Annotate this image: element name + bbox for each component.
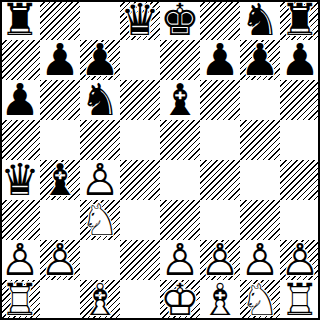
piece-outline-layer: ♙ — [40, 240, 80, 280]
square-h7[interactable]: ♟ — [280, 40, 320, 80]
square-d5[interactable] — [120, 120, 160, 160]
piece-glyph: ♟ — [0, 80, 40, 120]
piece-outline-layer: ♖ — [0, 280, 40, 320]
square-d1[interactable] — [120, 280, 160, 320]
square-g4[interactable] — [240, 160, 280, 200]
piece-white-king: ♚♔ — [160, 280, 200, 320]
square-d3[interactable] — [120, 200, 160, 240]
square-e8[interactable]: ♚ — [160, 0, 200, 40]
square-c3[interactable]: ♞♘ — [80, 200, 120, 240]
piece-glyph: ♟ — [280, 40, 320, 80]
square-f6[interactable] — [200, 80, 240, 120]
piece-white-bishop: ♝♗ — [200, 280, 240, 320]
piece-black-queen: ♛ — [0, 160, 40, 200]
square-d8[interactable]: ♛ — [120, 0, 160, 40]
square-f4[interactable] — [200, 160, 240, 200]
square-e1[interactable]: ♚♔ — [160, 280, 200, 320]
piece-black-pawn: ♟ — [280, 40, 320, 80]
square-c1[interactable]: ♝♗ — [80, 280, 120, 320]
square-a1[interactable]: ♜♖ — [0, 280, 40, 320]
piece-glyph: ♟ — [200, 40, 240, 80]
piece-glyph: ♞ — [80, 80, 120, 120]
piece-black-pawn: ♟ — [240, 40, 280, 80]
piece-black-knight: ♞ — [80, 80, 120, 120]
piece-black-pawn: ♟ — [0, 80, 40, 120]
square-f7[interactable]: ♟ — [200, 40, 240, 80]
square-g6[interactable] — [240, 80, 280, 120]
piece-glyph: ♟ — [40, 40, 80, 80]
piece-outline-layer: ♗ — [200, 280, 240, 320]
piece-outline-layer: ♖ — [280, 280, 320, 320]
piece-black-king: ♚ — [160, 0, 200, 40]
square-g5[interactable] — [240, 120, 280, 160]
square-h5[interactable] — [280, 120, 320, 160]
square-f1[interactable]: ♝♗ — [200, 280, 240, 320]
piece-black-rook: ♜ — [0, 0, 40, 40]
square-d7[interactable] — [120, 40, 160, 80]
piece-black-bishop: ♝ — [40, 160, 80, 200]
piece-outline-layer: ♘ — [80, 200, 120, 240]
square-f5[interactable] — [200, 120, 240, 160]
piece-black-pawn: ♟ — [200, 40, 240, 80]
chess-board: ♜♛♚♞♜♟♟♟♟♟♟♞♝♛♝♟♙♞♘♟♙♟♙♟♙♟♙♟♙♟♙♜♖♝♗♚♔♝♗♞… — [0, 0, 320, 320]
piece-glyph: ♚ — [160, 0, 200, 40]
piece-black-queen: ♛ — [120, 0, 160, 40]
square-a4[interactable]: ♛ — [0, 160, 40, 200]
piece-glyph: ♛ — [0, 160, 40, 200]
square-e4[interactable] — [160, 160, 200, 200]
square-h1[interactable]: ♜♖ — [280, 280, 320, 320]
piece-outline-layer: ♗ — [80, 280, 120, 320]
square-d2[interactable] — [120, 240, 160, 280]
square-b2[interactable]: ♟♙ — [40, 240, 80, 280]
square-a8[interactable]: ♜ — [0, 0, 40, 40]
piece-white-rook: ♜♖ — [280, 280, 320, 320]
square-g1[interactable]: ♞♘ — [240, 280, 280, 320]
square-b1[interactable] — [40, 280, 80, 320]
square-b4[interactable]: ♝ — [40, 160, 80, 200]
piece-white-knight: ♞♘ — [240, 280, 280, 320]
piece-outline-layer: ♔ — [160, 280, 200, 320]
piece-white-bishop: ♝♗ — [80, 280, 120, 320]
square-b6[interactable] — [40, 80, 80, 120]
square-e6[interactable]: ♝ — [160, 80, 200, 120]
piece-glyph: ♜ — [0, 0, 40, 40]
piece-white-rook: ♜♖ — [0, 280, 40, 320]
piece-glyph: ♝ — [160, 80, 200, 120]
piece-glyph: ♝ — [40, 160, 80, 200]
square-d6[interactable] — [120, 80, 160, 120]
square-a6[interactable]: ♟ — [0, 80, 40, 120]
square-d4[interactable] — [120, 160, 160, 200]
piece-black-pawn: ♟ — [40, 40, 80, 80]
piece-outline-layer: ♘ — [240, 280, 280, 320]
square-b7[interactable]: ♟ — [40, 40, 80, 80]
piece-white-pawn: ♟♙ — [40, 240, 80, 280]
piece-glyph: ♟ — [240, 40, 280, 80]
square-h6[interactable] — [280, 80, 320, 120]
square-h4[interactable] — [280, 160, 320, 200]
square-c6[interactable]: ♞ — [80, 80, 120, 120]
piece-glyph: ♛ — [120, 0, 160, 40]
piece-white-knight: ♞♘ — [80, 200, 120, 240]
square-g7[interactable]: ♟ — [240, 40, 280, 80]
square-e5[interactable] — [160, 120, 200, 160]
piece-black-bishop: ♝ — [160, 80, 200, 120]
